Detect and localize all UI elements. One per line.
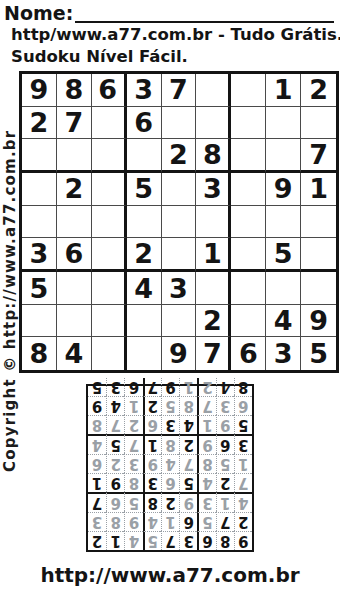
sudoku-cell-r3c3	[92, 139, 127, 173]
sudoku-cell-r5c3	[92, 206, 127, 239]
solution-cell-r5c3: 8	[197, 454, 215, 473]
solution-cell-r3c8: 6	[106, 492, 124, 512]
solution-cell-r4c3: 4	[197, 473, 215, 492]
sudoku-cell-r3c8	[266, 139, 301, 173]
solution-cell-r4c6: 3	[143, 473, 161, 492]
solution-cell-r6c9: 4	[88, 434, 106, 454]
sudoku-cell-r2c8	[266, 107, 301, 140]
sudoku-cell-r3c2	[57, 139, 92, 173]
solution-cell-r1c7: 4	[124, 531, 142, 550]
solution-cell-r2c8: 8	[106, 512, 124, 531]
sudoku-cell-r4c8: 9	[266, 173, 301, 206]
solution-cell-r3c2: 1	[216, 492, 234, 512]
solution-cell-r4c9: 1	[88, 473, 106, 492]
solution-cell-r2c1: 2	[234, 512, 252, 531]
sudoku-cell-r5c6	[196, 206, 231, 239]
sudoku-cell-r1c1: 9	[22, 74, 57, 107]
solution-cell-r9c3: 2	[197, 378, 215, 396]
solution-cell-r7c4: 4	[179, 415, 197, 434]
sudoku-cell-r5c9	[301, 206, 336, 239]
sudoku-cell-r6c8: 5	[266, 238, 301, 272]
sudoku-cell-r4c5	[162, 173, 197, 206]
sudoku-cell-r8c9: 9	[301, 305, 336, 338]
solution-cell-r5c8: 2	[106, 454, 124, 473]
sudoku-cell-r5c2	[57, 206, 92, 239]
sudoku-cell-r3c1	[22, 139, 57, 173]
sudoku-cell-r6c9	[301, 238, 336, 272]
solution-cell-r7c5: 3	[161, 415, 179, 434]
solution-cell-r8c7: 1	[124, 396, 142, 415]
sudoku-cell-r7c3	[92, 272, 127, 305]
sudoku-cell-r2c2: 7	[57, 107, 92, 140]
solution-cell-r7c9: 8	[88, 415, 106, 434]
solution-cell-r3c6: 8	[143, 492, 161, 512]
sudoku-cell-r2c5	[162, 107, 197, 140]
sudoku-cell-r8c8: 4	[266, 305, 301, 338]
sudoku-cell-r7c7	[231, 272, 266, 305]
sudoku-cell-r1c3: 6	[92, 74, 127, 107]
sudoku-cell-r2c6	[196, 107, 231, 140]
sudoku-cell-r3c6: 8	[196, 139, 231, 173]
solution-cell-r5c1: 1	[234, 454, 252, 473]
solution-cell-r4c8: 9	[106, 473, 124, 492]
sudoku-cell-r3c9: 7	[301, 139, 336, 173]
solution-cell-r6c8: 5	[106, 434, 124, 454]
solution-cell-r8c4: 8	[179, 396, 197, 415]
sudoku-cell-r8c3	[92, 305, 127, 338]
sudoku-cell-r2c9	[301, 107, 336, 140]
site-header-text: http/www.a77.com.br - Tudo Grátis.	[11, 25, 340, 44]
solution-cell-r3c9: 7	[88, 492, 106, 512]
solution-cell-r4c7: 8	[124, 473, 142, 492]
sudoku-cell-r8c7	[231, 305, 266, 338]
name-write-line	[75, 2, 334, 23]
solution-cell-r6c2: 6	[216, 434, 234, 454]
solution-cell-r1c2: 8	[216, 531, 234, 550]
sudoku-cell-r9c6: 7	[196, 337, 231, 370]
sudoku-cell-r7c5: 3	[162, 272, 197, 305]
solution-cell-r5c9: 6	[88, 454, 106, 473]
sudoku-cell-r8c5	[162, 305, 197, 338]
sudoku-cell-r3c7	[231, 139, 266, 173]
sudoku-cell-r9c9: 5	[301, 337, 336, 370]
sudoku-solution-grid: 9863754122756149834139285677245638911587…	[86, 384, 254, 552]
sudoku-cell-r2c1: 2	[22, 107, 57, 140]
sudoku-cell-r7c1: 5	[22, 272, 57, 305]
solution-cell-r9c6: 7	[143, 378, 161, 396]
solution-cell-r5c4: 7	[179, 454, 197, 473]
footer-url-text: http://www.a77.com.br	[0, 563, 340, 587]
sudoku-cell-r8c4	[127, 305, 162, 338]
sudoku-cell-r4c3	[92, 173, 127, 206]
solution-cell-r8c2: 3	[216, 396, 234, 415]
solution-cell-r9c1: 8	[234, 378, 252, 396]
solution-cell-r1c6: 5	[143, 531, 161, 550]
sudoku-cell-r2c3	[92, 107, 127, 140]
sudoku-cell-r5c5	[162, 206, 197, 239]
sudoku-cell-r8c2	[57, 305, 92, 338]
sudoku-cell-r4c4: 5	[127, 173, 162, 206]
sudoku-cell-r5c7	[231, 206, 266, 239]
sudoku-cell-r7c4: 4	[127, 272, 162, 305]
sudoku-cell-r7c2	[57, 272, 92, 305]
solution-cell-r6c6: 1	[143, 434, 161, 454]
sudoku-cell-r9c1: 8	[22, 337, 57, 370]
sudoku-cell-r8c6: 2	[196, 305, 231, 338]
sudoku-cell-r1c2: 8	[57, 74, 92, 107]
difficulty-title: Sudoku Nível Fácil.	[11, 47, 188, 66]
solution-cell-r6c1: 3	[234, 434, 252, 454]
solution-cell-r2c3: 5	[197, 512, 215, 531]
solution-cell-r8c3: 7	[197, 396, 215, 415]
solution-cell-r1c4: 3	[179, 531, 197, 550]
sudoku-cell-r9c4	[127, 337, 162, 370]
solution-cell-r7c3: 1	[197, 415, 215, 434]
solution-cell-r8c5: 5	[161, 396, 179, 415]
sudoku-cell-r5c4	[127, 206, 162, 239]
solution-cell-r3c3: 3	[197, 492, 215, 512]
sudoku-cell-r4c6: 3	[196, 173, 231, 206]
solution-cell-r7c7: 2	[124, 415, 142, 434]
solution-cell-r9c4: 1	[179, 378, 197, 396]
sudoku-cell-r9c7: 6	[231, 337, 266, 370]
solution-cell-r3c4: 9	[179, 492, 197, 512]
sudoku-cell-r6c1: 3	[22, 238, 57, 272]
sudoku-cell-r1c9: 2	[301, 74, 336, 107]
sudoku-cell-r9c3	[92, 337, 127, 370]
solution-cell-r1c8: 1	[106, 531, 124, 550]
solution-cell-r9c7: 6	[124, 378, 142, 396]
sudoku-cell-r1c5: 7	[162, 74, 197, 107]
solution-cell-r7c2: 9	[216, 415, 234, 434]
solution-cell-r1c3: 6	[197, 531, 215, 550]
solution-cell-r9c2: 4	[216, 378, 234, 396]
sudoku-cell-r6c7	[231, 238, 266, 272]
solution-cell-r8c8: 4	[106, 396, 124, 415]
name-label: Nome:	[4, 3, 73, 23]
sudoku-cell-r1c8: 1	[266, 74, 301, 107]
solution-cell-r9c9: 5	[88, 378, 106, 396]
solution-cell-r8c1: 6	[234, 396, 252, 415]
solution-cell-r3c7: 5	[124, 492, 142, 512]
solution-cell-r6c5: 8	[161, 434, 179, 454]
sudoku-cell-r7c6	[196, 272, 231, 305]
sudoku-cell-r7c9	[301, 272, 336, 305]
solution-cell-r5c5: 4	[161, 454, 179, 473]
solution-cell-r9c5: 9	[161, 378, 179, 396]
solution-cell-r2c5: 1	[161, 512, 179, 531]
solution-cell-r2c9: 3	[88, 512, 106, 531]
sudoku-cell-r1c6	[196, 74, 231, 107]
solution-cell-r8c6: 2	[143, 396, 161, 415]
solution-cell-r1c5: 7	[161, 531, 179, 550]
sudoku-cell-r8c1	[22, 305, 57, 338]
sudoku-cell-r5c1	[22, 206, 57, 239]
copyright-vertical-text: Copyright © http://www.a77.com.br	[1, 130, 19, 472]
sudoku-cell-r9c5: 9	[162, 337, 197, 370]
solution-cell-r6c3: 9	[197, 434, 215, 454]
sudoku-cell-r6c5	[162, 238, 197, 272]
solution-cell-r4c1: 7	[234, 473, 252, 492]
solution-cell-r4c4: 5	[179, 473, 197, 492]
sudoku-cell-r4c2: 2	[57, 173, 92, 206]
solution-cell-r5c2: 5	[216, 454, 234, 473]
name-row: Nome:	[4, 2, 334, 23]
sudoku-cell-r6c6: 1	[196, 238, 231, 272]
sudoku-cell-r6c2: 6	[57, 238, 92, 272]
solution-cell-r1c9: 2	[88, 531, 106, 550]
sudoku-cell-r4c7	[231, 173, 266, 206]
solution-cell-r3c1: 4	[234, 492, 252, 512]
solution-cell-r8c9: 9	[88, 396, 106, 415]
solution-cell-r7c8: 7	[106, 415, 124, 434]
solution-cell-r7c6: 6	[143, 415, 161, 434]
sudoku-cell-r5c8	[266, 206, 301, 239]
printable-sudoku-page: Nome: http/www.a77.com.br - Tudo Grátis.…	[0, 0, 340, 596]
sudoku-cell-r7c8	[266, 272, 301, 305]
solution-cell-r2c2: 7	[216, 512, 234, 531]
sudoku-grid: 986371227628725391362155432498497635	[19, 71, 339, 373]
solution-cell-r7c1: 5	[234, 415, 252, 434]
solution-cell-r5c6: 9	[143, 454, 161, 473]
solution-cell-r1c1: 9	[234, 531, 252, 550]
sudoku-cell-r3c4	[127, 139, 162, 173]
sudoku-cell-r6c4: 2	[127, 238, 162, 272]
solution-cell-r2c4: 6	[179, 512, 197, 531]
solution-cell-r3c5: 2	[161, 492, 179, 512]
sudoku-cell-r6c3	[92, 238, 127, 272]
sudoku-cell-r2c4: 6	[127, 107, 162, 140]
solution-cell-r2c7: 9	[124, 512, 142, 531]
sudoku-cell-r4c1	[22, 173, 57, 206]
sudoku-cell-r4c9: 1	[301, 173, 336, 206]
sudoku-cell-r9c8: 3	[266, 337, 301, 370]
solution-cell-r4c5: 6	[161, 473, 179, 492]
solution-cell-r2c6: 4	[143, 512, 161, 531]
solution-cell-r5c7: 3	[124, 454, 142, 473]
sudoku-cell-r9c2: 4	[57, 337, 92, 370]
solution-cell-r4c2: 2	[216, 473, 234, 492]
sudoku-cell-r3c5: 2	[162, 139, 197, 173]
sudoku-cell-r1c4: 3	[127, 74, 162, 107]
solution-cell-r6c7: 7	[124, 434, 142, 454]
sudoku-cell-r1c7	[231, 74, 266, 107]
solution-cell-r9c8: 3	[106, 378, 124, 396]
solution-cell-r6c4: 2	[179, 434, 197, 454]
sudoku-cell-r2c7	[231, 107, 266, 140]
